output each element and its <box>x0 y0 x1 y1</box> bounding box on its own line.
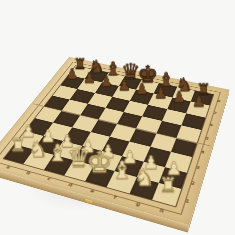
piece-white-rook-h1[interactable]: ♜ <box>150 175 185 195</box>
chess-board: abcdefgh87654321 ♜♞♝♛♚♝♞♜♟♟♟♟♟♟♟♟♟♟♟♟♟♟♟… <box>0 57 229 225</box>
brass-clasp-front <box>85 199 93 205</box>
brass-clasp-right <box>212 142 214 151</box>
camera: abcdefgh87654321 ♜♞♝♛♚♝♞♜♟♟♟♟♟♟♟♟♟♟♟♟♟♟♟… <box>0 0 235 235</box>
product-photo-scene: abcdefgh87654321 ♜♞♝♛♚♝♞♜♟♟♟♟♟♟♟♟♟♟♟♟♟♟♟… <box>0 0 235 235</box>
